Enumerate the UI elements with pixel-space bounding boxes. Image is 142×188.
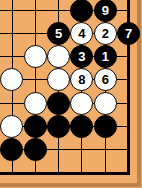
board-point-r3-c4[interactable]: 6 (94, 68, 117, 91)
board-point-r6-c0[interactable] (0, 138, 23, 161)
board-point-r7-c1[interactable] (24, 162, 47, 185)
board-point-r6-c3[interactable] (70, 138, 93, 161)
board-point-r0-c1[interactable] (24, 0, 47, 22)
white-stone (0, 115, 23, 138)
white-stone-move-4: 4 (70, 22, 93, 45)
board-point-r5-c5[interactable] (117, 115, 140, 138)
board-point-r4-c2[interactable] (47, 92, 70, 115)
board-point-r0-c2[interactable] (47, 0, 70, 22)
board-point-r1-c0[interactable] (0, 22, 23, 45)
white-stone-move-2: 2 (94, 22, 117, 45)
black-stone (47, 115, 70, 138)
white-stone-move-6: 6 (94, 68, 117, 91)
board-point-r1-c2[interactable]: 5 (47, 22, 70, 45)
board-point-r4-c4[interactable] (94, 92, 117, 115)
move-number-label: 3 (78, 50, 85, 63)
black-stone (70, 115, 93, 138)
board-point-r7-c4[interactable] (94, 162, 117, 185)
board-point-r3-c5[interactable] (117, 68, 140, 91)
white-stone (0, 68, 23, 91)
board-point-r2-c5[interactable] (117, 45, 140, 68)
black-stone (0, 138, 23, 161)
move-number-label: 8 (78, 73, 85, 86)
board-point-r3-c1[interactable] (24, 68, 47, 91)
board-point-r2-c3[interactable]: 3 (70, 45, 93, 68)
board-point-r6-c2[interactable] (47, 138, 70, 161)
move-number-label: 6 (102, 73, 109, 86)
board-point-r5-c3[interactable] (70, 115, 93, 138)
board-point-r6-c1[interactable] (24, 138, 47, 161)
board-point-r6-c5[interactable] (117, 138, 140, 161)
move-number-label: 2 (102, 27, 109, 40)
board-point-r7-c3[interactable] (70, 162, 93, 185)
white-stone (94, 92, 117, 115)
board-point-r5-c4[interactable] (94, 115, 117, 138)
black-stone-move-3: 3 (70, 45, 93, 68)
board-point-r2-c1[interactable] (24, 45, 47, 68)
move-number-label: 9 (102, 4, 109, 17)
board-point-r1-c5[interactable]: 7 (117, 22, 140, 45)
white-stone-move-8: 8 (70, 68, 93, 91)
board-point-r1-c1[interactable] (24, 22, 47, 45)
white-stone (24, 92, 47, 115)
black-stone (70, 0, 93, 22)
board-point-r7-c5[interactable] (117, 162, 140, 185)
move-number-label: 7 (125, 27, 132, 40)
board-point-r4-c5[interactable] (117, 92, 140, 115)
board-point-r0-c0[interactable] (0, 0, 23, 22)
go-board: 954273186 (0, 0, 140, 185)
board-point-r7-c0[interactable] (0, 162, 23, 185)
board-point-r2-c4[interactable]: 1 (94, 45, 117, 68)
white-stone (24, 45, 47, 68)
white-stone (70, 92, 93, 115)
board-point-r4-c3[interactable] (70, 92, 93, 115)
go-diagram: 954273186 (0, 0, 142, 188)
move-number-label: 1 (102, 50, 109, 63)
board-point-r1-c3[interactable]: 4 (70, 22, 93, 45)
board-point-r3-c3[interactable]: 8 (70, 68, 93, 91)
board-point-r5-c2[interactable] (47, 115, 70, 138)
board-point-r7-c2[interactable] (47, 162, 70, 185)
move-number-label: 4 (78, 27, 85, 40)
board-point-r4-c1[interactable] (24, 92, 47, 115)
black-stone (24, 138, 47, 161)
black-stone (94, 115, 117, 138)
board-point-r6-c4[interactable] (94, 138, 117, 161)
black-stone (24, 115, 47, 138)
board-point-r2-c2[interactable] (47, 45, 70, 68)
white-stone (47, 68, 70, 91)
board-point-r5-c0[interactable] (0, 115, 23, 138)
board-point-r5-c1[interactable] (24, 115, 47, 138)
move-number-label: 5 (55, 27, 62, 40)
black-stone-move-7: 7 (117, 22, 140, 45)
board-point-r1-c4[interactable]: 2 (94, 22, 117, 45)
board-point-r3-c2[interactable] (47, 68, 70, 91)
board-point-r2-c0[interactable] (0, 45, 23, 68)
board-point-r4-c0[interactable] (0, 92, 23, 115)
black-stone (47, 92, 70, 115)
board-point-r0-c5[interactable] (117, 0, 140, 22)
board-point-r0-c4[interactable]: 9 (94, 0, 117, 22)
black-stone-move-9: 9 (94, 0, 117, 22)
white-stone (47, 45, 70, 68)
board-point-r0-c3[interactable] (70, 0, 93, 22)
board-point-r3-c0[interactable] (0, 68, 23, 91)
black-stone-move-5: 5 (47, 22, 70, 45)
black-stone-move-1: 1 (94, 45, 117, 68)
